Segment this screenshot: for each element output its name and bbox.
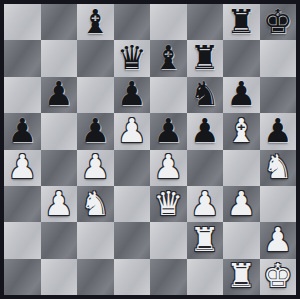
square-f6[interactable]: ♞ bbox=[187, 77, 224, 113]
square-h6[interactable] bbox=[260, 77, 297, 113]
white-knight-h4-icon: ♞ bbox=[263, 150, 293, 183]
square-d2[interactable] bbox=[114, 222, 151, 258]
square-b7[interactable] bbox=[41, 40, 78, 76]
square-e1[interactable] bbox=[150, 259, 187, 295]
square-h4[interactable]: ♞ bbox=[260, 150, 297, 186]
square-a8[interactable] bbox=[4, 4, 41, 40]
square-g3[interactable]: ♟ bbox=[223, 186, 260, 222]
square-f1[interactable] bbox=[187, 259, 224, 295]
square-b5[interactable] bbox=[41, 113, 78, 149]
square-d3[interactable] bbox=[114, 186, 151, 222]
square-a1[interactable] bbox=[4, 259, 41, 295]
square-g4[interactable] bbox=[223, 150, 260, 186]
white-bishop-g5-icon: ♝ bbox=[226, 114, 256, 147]
square-h8[interactable]: ♚ bbox=[260, 4, 297, 40]
square-a7[interactable] bbox=[4, 40, 41, 76]
black-bishop-c8-icon: ♝ bbox=[80, 5, 110, 38]
chess-board-grid: ♝♜♚♛♝♜♟♟♞♟♟♟♟♟♟♝♟♟♟♟♞♟♞♛♟♟♜♟♜♚ bbox=[4, 4, 296, 295]
black-rook-f7-icon: ♜ bbox=[190, 41, 220, 74]
black-pawn-a5-icon: ♟ bbox=[7, 114, 37, 147]
white-pawn-d5-icon: ♟ bbox=[117, 114, 147, 147]
black-pawn-b6-icon: ♟ bbox=[44, 77, 74, 110]
square-g6[interactable]: ♟ bbox=[223, 77, 260, 113]
black-pawn-d6-icon: ♟ bbox=[117, 77, 147, 110]
white-rook-f2-icon: ♜ bbox=[190, 223, 220, 256]
square-f8[interactable] bbox=[187, 4, 224, 40]
square-a3[interactable] bbox=[4, 186, 41, 222]
square-b2[interactable] bbox=[41, 222, 78, 258]
square-c1[interactable] bbox=[77, 259, 114, 295]
black-king-h8-icon: ♚ bbox=[263, 5, 293, 38]
white-knight-c3-icon: ♞ bbox=[80, 187, 110, 220]
square-d4[interactable] bbox=[114, 150, 151, 186]
square-c4[interactable]: ♟ bbox=[77, 150, 114, 186]
white-queen-e3-icon: ♛ bbox=[153, 187, 183, 220]
square-f2[interactable]: ♜ bbox=[187, 222, 224, 258]
white-rook-g1-icon: ♜ bbox=[226, 259, 256, 292]
square-a5[interactable]: ♟ bbox=[4, 113, 41, 149]
square-a2[interactable] bbox=[4, 222, 41, 258]
white-pawn-b3-icon: ♟ bbox=[44, 187, 74, 220]
square-b8[interactable] bbox=[41, 4, 78, 40]
square-h5[interactable]: ♟ bbox=[260, 113, 297, 149]
square-f3[interactable]: ♟ bbox=[187, 186, 224, 222]
white-pawn-a4-icon: ♟ bbox=[7, 150, 37, 183]
square-e7[interactable]: ♝ bbox=[150, 40, 187, 76]
black-pawn-c5-icon: ♟ bbox=[80, 114, 110, 147]
black-pawn-f5-icon: ♟ bbox=[190, 114, 220, 147]
square-a6[interactable] bbox=[4, 77, 41, 113]
square-b1[interactable] bbox=[41, 259, 78, 295]
square-g8[interactable]: ♜ bbox=[223, 4, 260, 40]
black-pawn-h5-icon: ♟ bbox=[263, 114, 293, 147]
square-e6[interactable] bbox=[150, 77, 187, 113]
square-d8[interactable] bbox=[114, 4, 151, 40]
square-e8[interactable] bbox=[150, 4, 187, 40]
black-pawn-g6-icon: ♟ bbox=[226, 77, 256, 110]
black-bishop-e7-icon: ♝ bbox=[153, 41, 183, 74]
square-d1[interactable] bbox=[114, 259, 151, 295]
square-c5[interactable]: ♟ bbox=[77, 113, 114, 149]
square-f5[interactable]: ♟ bbox=[187, 113, 224, 149]
square-h3[interactable] bbox=[260, 186, 297, 222]
square-g7[interactable] bbox=[223, 40, 260, 76]
square-c6[interactable] bbox=[77, 77, 114, 113]
square-b4[interactable] bbox=[41, 150, 78, 186]
white-pawn-f3-icon: ♟ bbox=[190, 187, 220, 220]
white-pawn-g3-icon: ♟ bbox=[226, 187, 256, 220]
square-b6[interactable]: ♟ bbox=[41, 77, 78, 113]
square-c2[interactable] bbox=[77, 222, 114, 258]
square-d5[interactable]: ♟ bbox=[114, 113, 151, 149]
black-knight-f6-icon: ♞ bbox=[190, 77, 220, 110]
chess-board: ♝♜♚♛♝♜♟♟♞♟♟♟♟♟♟♝♟♟♟♟♞♟♞♛♟♟♜♟♜♚ bbox=[0, 0, 300, 299]
square-a4[interactable]: ♟ bbox=[4, 150, 41, 186]
square-g1[interactable]: ♜ bbox=[223, 259, 260, 295]
white-king-h1-icon: ♚ bbox=[263, 259, 293, 292]
black-queen-d7-icon: ♛ bbox=[117, 41, 147, 74]
square-g5[interactable]: ♝ bbox=[223, 113, 260, 149]
white-pawn-h2-icon: ♟ bbox=[263, 223, 293, 256]
square-f4[interactable] bbox=[187, 150, 224, 186]
square-c7[interactable] bbox=[77, 40, 114, 76]
white-pawn-e4-icon: ♟ bbox=[153, 150, 183, 183]
square-e3[interactable]: ♛ bbox=[150, 186, 187, 222]
square-b3[interactable]: ♟ bbox=[41, 186, 78, 222]
square-e5[interactable]: ♟ bbox=[150, 113, 187, 149]
square-e2[interactable] bbox=[150, 222, 187, 258]
black-pawn-e5-icon: ♟ bbox=[153, 114, 183, 147]
square-h7[interactable] bbox=[260, 40, 297, 76]
square-h2[interactable]: ♟ bbox=[260, 222, 297, 258]
square-d6[interactable]: ♟ bbox=[114, 77, 151, 113]
square-e4[interactable]: ♟ bbox=[150, 150, 187, 186]
square-g2[interactable] bbox=[223, 222, 260, 258]
square-f7[interactable]: ♜ bbox=[187, 40, 224, 76]
square-c3[interactable]: ♞ bbox=[77, 186, 114, 222]
square-d7[interactable]: ♛ bbox=[114, 40, 151, 76]
square-c8[interactable]: ♝ bbox=[77, 4, 114, 40]
square-h1[interactable]: ♚ bbox=[260, 259, 297, 295]
black-rook-g8-icon: ♜ bbox=[226, 5, 256, 38]
white-pawn-c4-icon: ♟ bbox=[80, 150, 110, 183]
